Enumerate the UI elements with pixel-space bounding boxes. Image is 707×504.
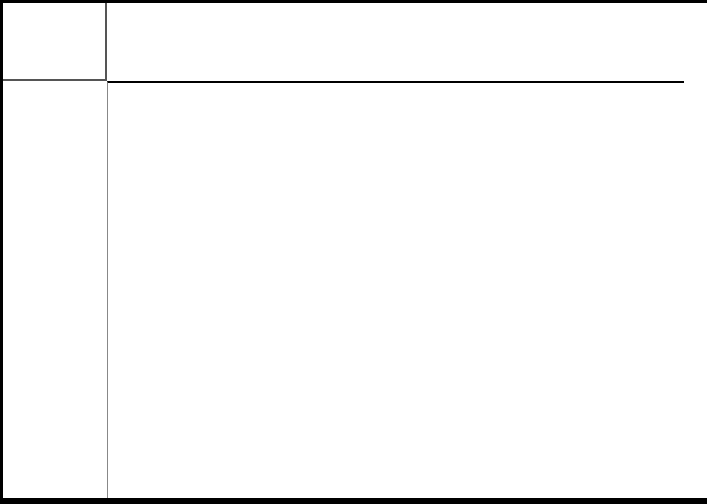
- row-clues-area: [3, 81, 107, 501]
- puzzle-frame: [0, 0, 707, 504]
- puzzle-grid: [107, 81, 684, 503]
- watermark-corner: [3, 3, 107, 81]
- column-clues-area: [107, 3, 683, 81]
- branding-strip: [685, 3, 707, 498]
